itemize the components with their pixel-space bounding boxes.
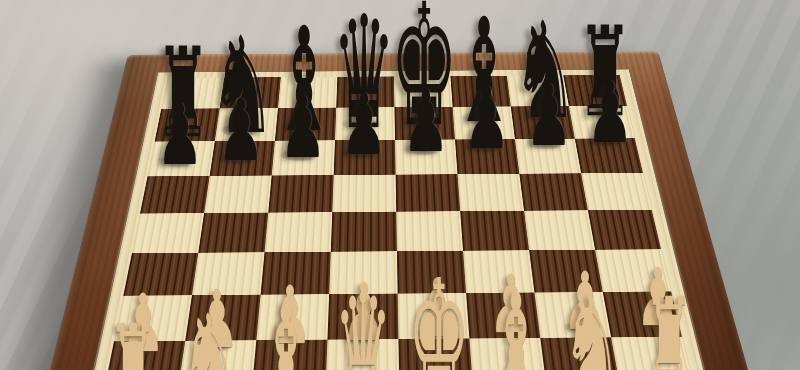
black-pawn-glyph: ♟: [486, 70, 734, 155]
white-rook-glyph: ♜: [569, 283, 769, 370]
pieces-layer: ♜♞♝♛♚♝♞♜♟♟♟♟♟♟♟♟♟♟♟♟♟♟♟♟♜♞♝♛♚♝♞♜: [0, 0, 800, 370]
